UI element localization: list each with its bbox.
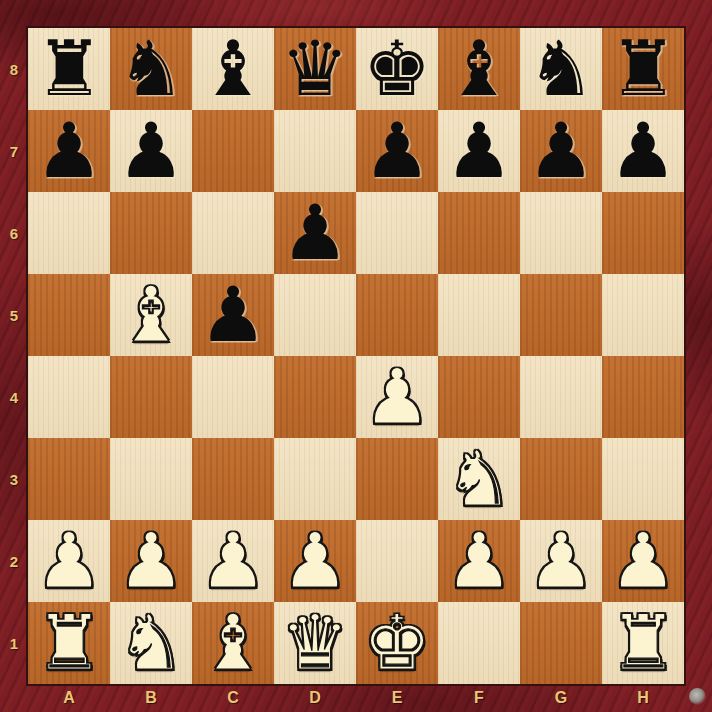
- square-d4[interactable]: [274, 356, 356, 438]
- black-pawn-e7[interactable]: ♟: [356, 110, 438, 192]
- square-a8[interactable]: ♜: [28, 28, 110, 110]
- rank-label-6: 6: [0, 192, 28, 274]
- square-b6[interactable]: [110, 192, 192, 274]
- black-bishop-f8[interactable]: ♝: [438, 28, 520, 110]
- square-b8[interactable]: ♞: [110, 28, 192, 110]
- black-queen-d8[interactable]: ♛: [274, 28, 356, 110]
- square-c3[interactable]: [192, 438, 274, 520]
- white-rook-h1[interactable]: ♜: [602, 602, 684, 684]
- square-h3[interactable]: [602, 438, 684, 520]
- white-queen-d1[interactable]: ♛: [274, 602, 356, 684]
- square-g2[interactable]: ♟: [520, 520, 602, 602]
- file-label-h: H: [602, 684, 684, 712]
- square-a7[interactable]: ♟: [28, 110, 110, 192]
- black-pawn-b7[interactable]: ♟: [110, 110, 192, 192]
- square-b4[interactable]: [110, 356, 192, 438]
- square-b1[interactable]: ♞: [110, 602, 192, 684]
- square-a6[interactable]: [28, 192, 110, 274]
- square-a1[interactable]: ♜: [28, 602, 110, 684]
- square-a5[interactable]: [28, 274, 110, 356]
- black-pawn-h7[interactable]: ♟: [602, 110, 684, 192]
- rank-labels: 87654321: [0, 28, 28, 684]
- square-b2[interactable]: ♟: [110, 520, 192, 602]
- square-h1[interactable]: ♜: [602, 602, 684, 684]
- square-d6[interactable]: ♟: [274, 192, 356, 274]
- square-c2[interactable]: ♟: [192, 520, 274, 602]
- black-pawn-a7[interactable]: ♟: [28, 110, 110, 192]
- file-label-g: G: [520, 684, 602, 712]
- square-e5[interactable]: [356, 274, 438, 356]
- black-pawn-g7[interactable]: ♟: [520, 110, 602, 192]
- square-e7[interactable]: ♟: [356, 110, 438, 192]
- black-king-e8[interactable]: ♚: [356, 28, 438, 110]
- white-knight-b1[interactable]: ♞: [110, 602, 192, 684]
- square-g1[interactable]: [520, 602, 602, 684]
- square-g7[interactable]: ♟: [520, 110, 602, 192]
- file-label-e: E: [356, 684, 438, 712]
- black-bishop-c8[interactable]: ♝: [192, 28, 274, 110]
- file-label-c: C: [192, 684, 274, 712]
- square-f3[interactable]: ♞: [438, 438, 520, 520]
- file-label-b: B: [110, 684, 192, 712]
- white-bishop-b5[interactable]: ♝: [110, 274, 192, 356]
- square-g4[interactable]: [520, 356, 602, 438]
- black-pawn-f7[interactable]: ♟: [438, 110, 520, 192]
- rank-label-7: 7: [0, 110, 28, 192]
- square-d5[interactable]: [274, 274, 356, 356]
- square-e6[interactable]: [356, 192, 438, 274]
- white-pawn-a2[interactable]: ♟: [28, 520, 110, 602]
- white-knight-f3[interactable]: ♞: [438, 438, 520, 520]
- square-f1[interactable]: [438, 602, 520, 684]
- white-pawn-g2[interactable]: ♟: [520, 520, 602, 602]
- square-h6[interactable]: [602, 192, 684, 274]
- square-f5[interactable]: [438, 274, 520, 356]
- black-pawn-c5[interactable]: ♟: [192, 274, 274, 356]
- square-g8[interactable]: ♞: [520, 28, 602, 110]
- white-pawn-f2[interactable]: ♟: [438, 520, 520, 602]
- square-f7[interactable]: ♟: [438, 110, 520, 192]
- file-label-a: A: [28, 684, 110, 712]
- rank-label-5: 5: [0, 274, 28, 356]
- square-b7[interactable]: ♟: [110, 110, 192, 192]
- white-pawn-d2[interactable]: ♟: [274, 520, 356, 602]
- square-d8[interactable]: ♛: [274, 28, 356, 110]
- square-e8[interactable]: ♚: [356, 28, 438, 110]
- white-pawn-b2[interactable]: ♟: [110, 520, 192, 602]
- black-knight-g8[interactable]: ♞: [520, 28, 602, 110]
- black-rook-h8[interactable]: ♜: [602, 28, 684, 110]
- white-king-e1[interactable]: ♚: [356, 602, 438, 684]
- board: ♜♞♝♛♚♝♞♜♟♟♟♟♟♟♟♝♟♟♞♟♟♟♟♟♟♟♜♞♝♛♚♜: [28, 28, 684, 684]
- square-h4[interactable]: [602, 356, 684, 438]
- white-pawn-e4[interactable]: ♟: [356, 356, 438, 438]
- chess-board-window: ♜♞♝♛♚♝♞♜♟♟♟♟♟♟♟♝♟♟♞♟♟♟♟♟♟♟♜♞♝♛♚♜ 8765432…: [0, 0, 712, 712]
- square-b3[interactable]: [110, 438, 192, 520]
- square-e3[interactable]: [356, 438, 438, 520]
- square-a3[interactable]: [28, 438, 110, 520]
- square-h5[interactable]: [602, 274, 684, 356]
- square-c8[interactable]: ♝: [192, 28, 274, 110]
- rank-label-3: 3: [0, 438, 28, 520]
- square-f6[interactable]: [438, 192, 520, 274]
- square-b5[interactable]: ♝: [110, 274, 192, 356]
- square-a4[interactable]: [28, 356, 110, 438]
- square-d1[interactable]: ♛: [274, 602, 356, 684]
- square-g5[interactable]: [520, 274, 602, 356]
- rank-label-1: 1: [0, 602, 28, 684]
- rank-label-8: 8: [0, 28, 28, 110]
- square-g6[interactable]: [520, 192, 602, 274]
- square-f4[interactable]: [438, 356, 520, 438]
- black-pawn-d6[interactable]: ♟: [274, 192, 356, 274]
- file-label-f: F: [438, 684, 520, 712]
- square-e1[interactable]: ♚: [356, 602, 438, 684]
- square-f8[interactable]: ♝: [438, 28, 520, 110]
- black-rook-a8[interactable]: ♜: [28, 28, 110, 110]
- white-pawn-h2[interactable]: ♟: [602, 520, 684, 602]
- square-a2[interactable]: ♟: [28, 520, 110, 602]
- black-knight-b8[interactable]: ♞: [110, 28, 192, 110]
- file-labels: ABCDEFGH: [28, 684, 684, 712]
- square-c1[interactable]: ♝: [192, 602, 274, 684]
- frame-pin-icon: [689, 688, 706, 705]
- square-c7[interactable]: [192, 110, 274, 192]
- white-pawn-c2[interactable]: ♟: [192, 520, 274, 602]
- square-c4[interactable]: [192, 356, 274, 438]
- square-e2[interactable]: [356, 520, 438, 602]
- square-d3[interactable]: [274, 438, 356, 520]
- file-label-d: D: [274, 684, 356, 712]
- square-h2[interactable]: ♟: [602, 520, 684, 602]
- rank-label-2: 2: [0, 520, 28, 602]
- square-g3[interactable]: [520, 438, 602, 520]
- square-h8[interactable]: ♜: [602, 28, 684, 110]
- square-f2[interactable]: ♟: [438, 520, 520, 602]
- square-c6[interactable]: [192, 192, 274, 274]
- square-d7[interactable]: [274, 110, 356, 192]
- square-h7[interactable]: ♟: [602, 110, 684, 192]
- square-c5[interactable]: ♟: [192, 274, 274, 356]
- rank-label-4: 4: [0, 356, 28, 438]
- square-d2[interactable]: ♟: [274, 520, 356, 602]
- square-e4[interactable]: ♟: [356, 356, 438, 438]
- white-rook-a1[interactable]: ♜: [28, 602, 110, 684]
- white-bishop-c1[interactable]: ♝: [192, 602, 274, 684]
